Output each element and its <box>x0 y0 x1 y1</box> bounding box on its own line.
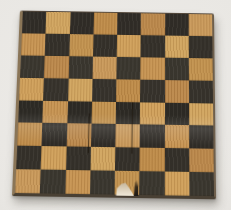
board-square-a5 <box>19 77 44 100</box>
board-square-b2 <box>41 146 66 170</box>
board-square-g2 <box>164 148 189 172</box>
photo-background <box>0 0 231 210</box>
board-square-e3 <box>115 124 140 148</box>
board-square-a8 <box>22 12 47 34</box>
gouge-mark <box>133 179 139 196</box>
worn-chip <box>116 182 134 196</box>
board-square-c8 <box>69 12 93 34</box>
board-square-h7 <box>188 36 212 58</box>
board-square-b7 <box>45 34 70 56</box>
board-square-g6 <box>165 57 189 80</box>
board-square-c2 <box>66 147 91 171</box>
board-square-f8 <box>141 13 165 35</box>
board-square-b3 <box>42 123 67 146</box>
board-square-a1 <box>15 169 41 193</box>
board-square-a3 <box>17 123 42 146</box>
board-square-f2 <box>140 148 165 172</box>
board-square-e4 <box>116 102 141 125</box>
board-square-c6 <box>68 56 93 79</box>
board-square-c4 <box>67 101 92 124</box>
board-square-h2 <box>189 149 214 173</box>
board-square-a4 <box>18 100 43 123</box>
board-square-f5 <box>140 79 164 102</box>
board-square-f4 <box>140 102 164 125</box>
board-square-d4 <box>91 101 116 124</box>
board-square-b1 <box>40 170 66 194</box>
board-square-d2 <box>90 147 115 171</box>
board-square-g8 <box>165 14 189 36</box>
board-square-a7 <box>21 33 46 55</box>
board-square-e5 <box>116 79 140 102</box>
board-square-h8 <box>188 14 212 36</box>
board-square-h5 <box>189 80 213 103</box>
board-square-g3 <box>164 125 189 149</box>
board-square-h4 <box>189 103 214 126</box>
board-square-f6 <box>140 57 164 80</box>
board-square-d6 <box>92 56 116 79</box>
board-square-a6 <box>20 55 45 78</box>
board-square-f1 <box>139 171 164 195</box>
board-square-e2 <box>115 147 140 171</box>
board-square-b8 <box>46 12 70 34</box>
board-square-d5 <box>92 79 117 102</box>
board-square-c7 <box>69 34 93 56</box>
board-square-d3 <box>91 124 116 147</box>
board-square-d8 <box>93 13 117 35</box>
board-square-b6 <box>44 56 69 79</box>
board-square-e6 <box>116 57 140 80</box>
board-square-g5 <box>165 80 189 103</box>
board-square-b5 <box>43 78 68 101</box>
board-square-d1 <box>90 170 115 194</box>
board-square-f3 <box>140 125 165 149</box>
board-square-g1 <box>164 172 189 196</box>
board-square-g4 <box>164 102 188 125</box>
chessboard <box>12 11 216 200</box>
board-square-c3 <box>66 124 91 147</box>
board-square-c5 <box>68 78 93 101</box>
board-square-e8 <box>117 13 141 35</box>
board-grid <box>15 12 214 197</box>
board-square-h3 <box>189 125 214 149</box>
board-square-e1 <box>115 171 140 195</box>
board-square-b4 <box>43 100 68 123</box>
board-square-g7 <box>165 35 189 57</box>
board-square-e7 <box>117 35 141 57</box>
board-square-h6 <box>189 58 213 81</box>
board-square-h1 <box>189 172 214 196</box>
board-square-d7 <box>93 34 117 56</box>
board-square-c1 <box>65 170 90 194</box>
board-square-f7 <box>141 35 165 57</box>
board-square-a2 <box>16 146 42 170</box>
